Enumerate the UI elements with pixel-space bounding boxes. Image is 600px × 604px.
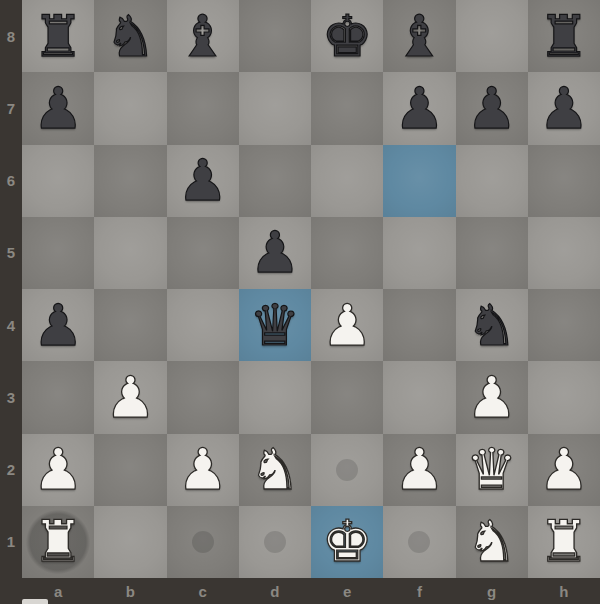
rank-label-3: 3 [0, 361, 22, 433]
piece-white-pawn[interactable]: ♟ [167, 434, 239, 506]
rank-label-5: 5 [0, 217, 22, 289]
square-d8[interactable] [239, 0, 311, 72]
square-h7[interactable]: ♟ [528, 72, 600, 144]
bottom-left-partial-element [22, 599, 48, 604]
rank-coordinates: 87654321 [0, 0, 22, 578]
piece-white-pawn[interactable]: ♟ [94, 361, 166, 433]
square-e2[interactable] [311, 434, 383, 506]
rank-label-2: 2 [0, 434, 22, 506]
rank-label-6: 6 [0, 145, 22, 217]
square-d2[interactable]: ♞ [239, 434, 311, 506]
piece-white-pawn[interactable]: ♟ [456, 361, 528, 433]
piece-white-king[interactable]: ♚ [311, 506, 383, 578]
piece-white-knight[interactable]: ♞ [456, 506, 528, 578]
piece-black-pawn[interactable]: ♟ [383, 72, 455, 144]
square-g5[interactable] [456, 217, 528, 289]
file-label-c: c [167, 578, 239, 604]
square-b2[interactable] [94, 434, 166, 506]
rank-label-7: 7 [0, 72, 22, 144]
square-h4[interactable] [528, 289, 600, 361]
square-a2[interactable]: ♟ [22, 434, 94, 506]
piece-white-queen[interactable]: ♛ [456, 434, 528, 506]
file-label-d: d [239, 578, 311, 604]
piece-black-bishop[interactable]: ♝ [383, 0, 455, 72]
square-e6[interactable] [311, 145, 383, 217]
square-d5[interactable]: ♟ [239, 217, 311, 289]
square-c2[interactable]: ♟ [167, 434, 239, 506]
square-e5[interactable] [311, 217, 383, 289]
piece-black-bishop[interactable]: ♝ [167, 0, 239, 72]
square-b4[interactable] [94, 289, 166, 361]
square-h1[interactable]: ♜ [528, 506, 600, 578]
square-c1[interactable] [167, 506, 239, 578]
square-f1[interactable] [383, 506, 455, 578]
square-b5[interactable] [94, 217, 166, 289]
square-c6[interactable]: ♟ [167, 145, 239, 217]
piece-white-rook[interactable]: ♜ [22, 506, 94, 578]
rank-label-1: 1 [0, 506, 22, 578]
square-g3[interactable]: ♟ [456, 361, 528, 433]
square-h3[interactable] [528, 361, 600, 433]
move-destination-dot[interactable] [192, 531, 214, 553]
square-g6[interactable] [456, 145, 528, 217]
file-label-g: g [456, 578, 528, 604]
square-g7[interactable]: ♟ [456, 72, 528, 144]
square-a7[interactable]: ♟ [22, 72, 94, 144]
square-h6[interactable] [528, 145, 600, 217]
square-d4[interactable]: ♛ [239, 289, 311, 361]
piece-white-pawn[interactable]: ♟ [311, 289, 383, 361]
square-f3[interactable] [383, 361, 455, 433]
piece-black-queen[interactable]: ♛ [239, 289, 311, 361]
square-g4[interactable]: ♞ [456, 289, 528, 361]
square-a3[interactable] [22, 361, 94, 433]
square-c7[interactable] [167, 72, 239, 144]
piece-black-pawn[interactable]: ♟ [456, 72, 528, 144]
file-label-b: b [94, 578, 166, 604]
square-h8[interactable]: ♜ [528, 0, 600, 72]
piece-black-knight[interactable]: ♞ [94, 0, 166, 72]
piece-black-king[interactable]: ♚ [311, 0, 383, 72]
file-label-f: f [383, 578, 455, 604]
piece-black-rook[interactable]: ♜ [22, 0, 94, 72]
piece-white-pawn[interactable]: ♟ [383, 434, 455, 506]
move-destination-dot[interactable] [336, 459, 358, 481]
square-d6[interactable] [239, 145, 311, 217]
square-a4[interactable]: ♟ [22, 289, 94, 361]
piece-white-pawn[interactable]: ♟ [528, 434, 600, 506]
file-coordinates: abcdefgh [22, 578, 600, 604]
square-f5[interactable] [383, 217, 455, 289]
square-d1[interactable] [239, 506, 311, 578]
chess-board: ♜♞♝♚♝♜♟♟♟♟♟♟♟♛♟♞♟♟♟♟♞♟♛♟♜♚♞♜ [22, 0, 600, 578]
square-h2[interactable]: ♟ [528, 434, 600, 506]
square-d7[interactable] [239, 72, 311, 144]
piece-white-rook[interactable]: ♜ [528, 506, 600, 578]
square-a6[interactable] [22, 145, 94, 217]
square-f7[interactable]: ♟ [383, 72, 455, 144]
file-label-h: h [528, 578, 600, 604]
piece-black-pawn[interactable]: ♟ [239, 217, 311, 289]
square-c3[interactable] [167, 361, 239, 433]
rank-label-4: 4 [0, 289, 22, 361]
piece-black-pawn[interactable]: ♟ [167, 145, 239, 217]
square-g2[interactable]: ♛ [456, 434, 528, 506]
square-g8[interactable] [456, 0, 528, 72]
move-destination-dot[interactable] [264, 531, 286, 553]
square-g1[interactable]: ♞ [456, 506, 528, 578]
square-b7[interactable] [94, 72, 166, 144]
piece-black-pawn[interactable]: ♟ [22, 289, 94, 361]
square-e8[interactable]: ♚ [311, 0, 383, 72]
move-destination-dot[interactable] [408, 531, 430, 553]
square-d3[interactable] [239, 361, 311, 433]
square-b8[interactable]: ♞ [94, 0, 166, 72]
square-a8[interactable]: ♜ [22, 0, 94, 72]
rank-label-8: 8 [0, 0, 22, 72]
square-b6[interactable] [94, 145, 166, 217]
square-b3[interactable]: ♟ [94, 361, 166, 433]
piece-white-pawn[interactable]: ♟ [22, 434, 94, 506]
square-f6[interactable] [383, 145, 455, 217]
piece-black-pawn[interactable]: ♟ [528, 72, 600, 144]
piece-black-rook[interactable]: ♜ [528, 0, 600, 72]
square-e3[interactable] [311, 361, 383, 433]
square-e4[interactable]: ♟ [311, 289, 383, 361]
piece-black-pawn[interactable]: ♟ [22, 72, 94, 144]
square-e1[interactable]: ♚ [311, 506, 383, 578]
square-f4[interactable] [383, 289, 455, 361]
square-e7[interactable] [311, 72, 383, 144]
square-f2[interactable]: ♟ [383, 434, 455, 506]
file-label-e: e [311, 578, 383, 604]
square-b1[interactable] [94, 506, 166, 578]
square-f8[interactable]: ♝ [383, 0, 455, 72]
square-c5[interactable] [167, 217, 239, 289]
piece-white-knight[interactable]: ♞ [239, 434, 311, 506]
square-h5[interactable] [528, 217, 600, 289]
piece-black-knight[interactable]: ♞ [456, 289, 528, 361]
chess-board-app: 87654321 ♜♞♝♚♝♜♟♟♟♟♟♟♟♛♟♞♟♟♟♟♞♟♛♟♜♚♞♜ ab… [0, 0, 600, 604]
square-c8[interactable]: ♝ [167, 0, 239, 72]
square-c4[interactable] [167, 289, 239, 361]
square-a1[interactable]: ♜ [22, 506, 94, 578]
square-a5[interactable] [22, 217, 94, 289]
